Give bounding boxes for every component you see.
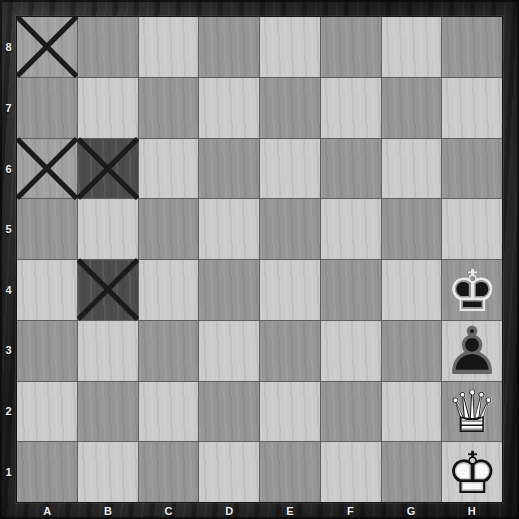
file-label-f: F xyxy=(320,502,381,519)
square-g3[interactable] xyxy=(382,321,442,381)
square-f4[interactable] xyxy=(321,260,381,320)
square-b4[interactable] xyxy=(78,260,138,320)
square-b7[interactable] xyxy=(78,78,138,138)
square-d3[interactable] xyxy=(199,321,259,381)
black-king[interactable]: ♚♔ xyxy=(442,260,502,320)
square-d2[interactable] xyxy=(199,382,259,442)
black-king-glyph-fill: ♚ xyxy=(442,262,502,320)
square-f1[interactable] xyxy=(321,442,381,502)
square-b8[interactable] xyxy=(78,17,138,77)
square-b6[interactable] xyxy=(78,139,138,199)
white-king[interactable]: ♚♔ xyxy=(442,442,502,502)
file-label-a: A xyxy=(17,502,78,519)
square-h7[interactable] xyxy=(442,78,502,138)
white-king-glyph-fill: ♚ xyxy=(442,444,502,502)
black-pawn-glyph-outline: ♙ xyxy=(442,319,502,385)
square-g8[interactable] xyxy=(382,17,442,77)
square-e4[interactable] xyxy=(260,260,320,320)
square-d4[interactable] xyxy=(199,260,259,320)
square-g5[interactable] xyxy=(382,199,442,259)
square-g2[interactable] xyxy=(382,382,442,442)
square-g4[interactable] xyxy=(382,260,442,320)
square-c1[interactable] xyxy=(139,442,199,502)
rank-labels: 87654321 xyxy=(0,17,17,502)
square-c3[interactable] xyxy=(139,321,199,381)
square-d7[interactable] xyxy=(199,78,259,138)
square-c6[interactable] xyxy=(139,139,199,199)
file-label-c: C xyxy=(138,502,199,519)
square-e5[interactable] xyxy=(260,199,320,259)
square-h5[interactable] xyxy=(442,199,502,259)
square-d1[interactable] xyxy=(199,442,259,502)
square-b5[interactable] xyxy=(78,199,138,259)
rank-label-6: 6 xyxy=(0,138,17,199)
rank-label-7: 7 xyxy=(0,78,17,139)
square-b1[interactable] xyxy=(78,442,138,502)
square-c5[interactable] xyxy=(139,199,199,259)
square-e2[interactable] xyxy=(260,382,320,442)
square-e1[interactable] xyxy=(260,442,320,502)
square-h1[interactable]: ♚♔ xyxy=(442,442,502,502)
square-d5[interactable] xyxy=(199,199,259,259)
file-label-b: B xyxy=(78,502,139,519)
square-f2[interactable] xyxy=(321,382,381,442)
square-a8[interactable] xyxy=(17,17,77,77)
square-a4[interactable] xyxy=(17,260,77,320)
square-e7[interactable] xyxy=(260,78,320,138)
square-h2[interactable]: ♛♕ xyxy=(442,382,502,442)
square-a3[interactable] xyxy=(17,321,77,381)
square-e3[interactable] xyxy=(260,321,320,381)
chess-diagram: 87654321 ♚♔♟♙♛♕♚♔ ABCDEFGH xyxy=(0,0,519,519)
square-a2[interactable] xyxy=(17,382,77,442)
square-a6[interactable] xyxy=(17,139,77,199)
file-label-d: D xyxy=(199,502,260,519)
square-a7[interactable] xyxy=(17,78,77,138)
square-f7[interactable] xyxy=(321,78,381,138)
square-c7[interactable] xyxy=(139,78,199,138)
square-f8[interactable] xyxy=(321,17,381,77)
black-pawn[interactable]: ♟♙ xyxy=(442,321,502,381)
file-label-h: H xyxy=(441,502,502,519)
file-label-g: G xyxy=(381,502,442,519)
rank-label-3: 3 xyxy=(0,320,17,381)
square-g1[interactable] xyxy=(382,442,442,502)
square-e8[interactable] xyxy=(260,17,320,77)
rank-label-2: 2 xyxy=(0,381,17,442)
chess-board: ♚♔♟♙♛♕♚♔ xyxy=(17,17,502,502)
rank-label-8: 8 xyxy=(0,17,17,78)
square-f3[interactable] xyxy=(321,321,381,381)
black-pawn-glyph-fill: ♟ xyxy=(442,319,502,385)
white-queen[interactable]: ♛♕ xyxy=(442,382,502,442)
rank-label-5: 5 xyxy=(0,199,17,260)
white-queen-glyph-fill: ♛ xyxy=(442,384,502,442)
square-c8[interactable] xyxy=(139,17,199,77)
square-f6[interactable] xyxy=(321,139,381,199)
black-king-glyph-outline: ♔ xyxy=(442,262,502,320)
square-e6[interactable] xyxy=(260,139,320,199)
square-c4[interactable] xyxy=(139,260,199,320)
square-h4[interactable]: ♚♔ xyxy=(442,260,502,320)
square-a5[interactable] xyxy=(17,199,77,259)
square-a1[interactable] xyxy=(17,442,77,502)
square-g6[interactable] xyxy=(382,139,442,199)
file-label-e: E xyxy=(260,502,321,519)
square-b2[interactable] xyxy=(78,382,138,442)
white-queen-glyph-outline: ♕ xyxy=(442,384,502,442)
square-c2[interactable] xyxy=(139,382,199,442)
square-h8[interactable] xyxy=(442,17,502,77)
rank-label-4: 4 xyxy=(0,260,17,321)
file-labels: ABCDEFGH xyxy=(17,502,502,519)
square-b3[interactable] xyxy=(78,321,138,381)
square-g7[interactable] xyxy=(382,78,442,138)
white-king-glyph-outline: ♔ xyxy=(442,444,502,502)
square-h6[interactable] xyxy=(442,139,502,199)
rank-label-1: 1 xyxy=(0,441,17,502)
square-f5[interactable] xyxy=(321,199,381,259)
square-d8[interactable] xyxy=(199,17,259,77)
square-d6[interactable] xyxy=(199,139,259,199)
square-h3[interactable]: ♟♙ xyxy=(442,321,502,381)
